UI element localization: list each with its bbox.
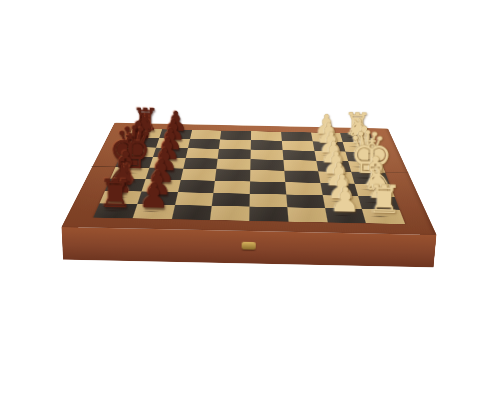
chessboard: ♜♟♟♜♞♟♟♞♝♟♟♝♛♟♟♛♚♟♟♚♝♟♟♝♞♟♟♞♜♟♟♜ (62, 123, 437, 235)
black-rook-glyph: ♜ (76, 173, 154, 213)
board-front-edge (62, 227, 437, 267)
scene: ♜♟♟♜♞♟♟♞♝♟♟♝♛♟♟♛♚♟♟♚♝♟♟♝♞♟♟♞♜♟♟♜ (0, 0, 500, 400)
chess-set-photo: ♜♟♟♜♞♟♟♞♝♟♟♝♛♟♟♛♚♟♟♚♝♟♟♝♞♟♟♞♜♟♟♜ (0, 0, 500, 400)
brass-clasp (242, 242, 256, 250)
pieces-layer: ♜♟♟♜♞♟♟♞♝♟♟♝♛♟♟♛♚♟♟♚♝♟♟♝♞♟♟♞♜♟♟♜ (93, 129, 405, 224)
white-rook-glyph: ♜ (345, 179, 423, 219)
